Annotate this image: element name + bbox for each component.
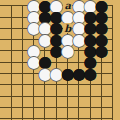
black-stone[interactable]: ●: [82, 66, 98, 82]
point-label-a[interactable]: a: [63, 1, 72, 11]
vertical-line: [11, 6, 12, 120]
vertical-line: [22, 6, 23, 120]
point-label-b[interactable]: b: [63, 23, 72, 33]
go-board: ●●●●●●●●●●●●●●●●●●●●●●●●●●●●●●●●●●●●●●ab: [0, 0, 120, 120]
vertical-line: [112, 6, 113, 120]
white-stone[interactable]: ●: [60, 43, 76, 59]
